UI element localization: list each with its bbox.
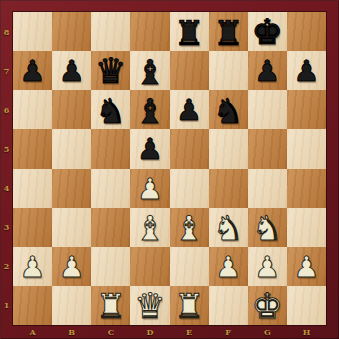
file-label: H xyxy=(287,325,326,339)
square-g6[interactable] xyxy=(248,90,287,129)
black-pawn[interactable]: ♟ xyxy=(293,57,319,86)
square-b7[interactable]: ♟ xyxy=(52,51,91,90)
square-c7[interactable]: ♛ xyxy=(91,51,130,90)
file-label: B xyxy=(52,325,91,339)
square-g3[interactable]: ♞ xyxy=(248,208,287,247)
square-b6[interactable] xyxy=(52,90,91,129)
white-pawn[interactable]: ♟ xyxy=(137,175,163,204)
black-rook[interactable]: ♜ xyxy=(213,16,243,50)
square-c3[interactable] xyxy=(91,208,130,247)
square-a2[interactable]: ♟ xyxy=(13,247,52,286)
square-f7[interactable] xyxy=(209,51,248,90)
square-d4[interactable]: ♟ xyxy=(130,169,169,208)
white-pawn[interactable]: ♟ xyxy=(20,253,46,282)
square-g1[interactable]: ♚ xyxy=(248,286,287,325)
square-a5[interactable] xyxy=(13,129,52,168)
black-pawn[interactable]: ♟ xyxy=(176,96,202,125)
square-e6[interactable]: ♟ xyxy=(170,90,209,129)
square-c4[interactable] xyxy=(91,169,130,208)
square-g7[interactable]: ♟ xyxy=(248,51,287,90)
rank-label: 6 xyxy=(0,90,13,129)
black-pawn[interactable]: ♟ xyxy=(20,57,46,86)
file-label: C xyxy=(91,325,130,339)
square-h3[interactable] xyxy=(287,208,326,247)
white-king[interactable]: ♚ xyxy=(252,289,283,324)
square-c8[interactable] xyxy=(91,12,130,51)
square-h1[interactable] xyxy=(287,286,326,325)
black-bishop[interactable]: ♝ xyxy=(135,94,165,128)
square-h2[interactable]: ♟ xyxy=(287,247,326,286)
square-b8[interactable] xyxy=(52,12,91,51)
square-e4[interactable] xyxy=(170,169,209,208)
white-bishop[interactable]: ♝ xyxy=(135,211,165,245)
square-c2[interactable] xyxy=(91,247,130,286)
square-a4[interactable] xyxy=(13,169,52,208)
square-d3[interactable]: ♝ xyxy=(130,208,169,247)
square-e5[interactable] xyxy=(170,129,209,168)
rank-label: 5 xyxy=(0,129,13,168)
white-pawn[interactable]: ♟ xyxy=(59,253,85,282)
white-knight[interactable]: ♞ xyxy=(213,211,243,245)
rank-label: 4 xyxy=(0,169,13,208)
square-h8[interactable] xyxy=(287,12,326,51)
square-e1[interactable]: ♜ xyxy=(170,286,209,325)
rank-labels: 87654321 xyxy=(0,12,13,325)
square-h4[interactable] xyxy=(287,169,326,208)
white-rook[interactable]: ♜ xyxy=(96,289,126,323)
square-f6[interactable]: ♞ xyxy=(209,90,248,129)
square-f3[interactable]: ♞ xyxy=(209,208,248,247)
file-label: D xyxy=(130,325,169,339)
black-pawn[interactable]: ♟ xyxy=(137,135,163,164)
white-rook[interactable]: ♜ xyxy=(174,289,204,323)
white-pawn[interactable]: ♟ xyxy=(254,253,280,282)
square-a8[interactable] xyxy=(13,12,52,51)
square-g8[interactable]: ♚ xyxy=(248,12,287,51)
black-knight[interactable]: ♞ xyxy=(213,94,243,128)
square-c5[interactable] xyxy=(91,129,130,168)
white-queen[interactable]: ♛ xyxy=(134,289,165,324)
square-e7[interactable] xyxy=(170,51,209,90)
black-knight[interactable]: ♞ xyxy=(96,94,126,128)
white-pawn[interactable]: ♟ xyxy=(293,253,319,282)
square-h6[interactable] xyxy=(287,90,326,129)
square-e3[interactable]: ♝ xyxy=(170,208,209,247)
file-label: G xyxy=(248,325,287,339)
square-a3[interactable] xyxy=(13,208,52,247)
square-a1[interactable] xyxy=(13,286,52,325)
file-label: F xyxy=(209,325,248,339)
file-label: E xyxy=(170,325,209,339)
square-e2[interactable] xyxy=(170,247,209,286)
square-c6[interactable]: ♞ xyxy=(91,90,130,129)
square-b1[interactable] xyxy=(52,286,91,325)
square-f8[interactable]: ♜ xyxy=(209,12,248,51)
square-b3[interactable] xyxy=(52,208,91,247)
square-f4[interactable] xyxy=(209,169,248,208)
rank-label: 2 xyxy=(0,247,13,286)
chess-board: ♜♜♚♟♟♛♝♟♟♞♝♟♞♟♟♝♝♞♞♟♟♟♟♟♜♛♜♚ xyxy=(13,12,326,325)
file-label: A xyxy=(13,325,52,339)
black-bishop[interactable]: ♝ xyxy=(135,55,165,89)
square-f5[interactable] xyxy=(209,129,248,168)
black-rook[interactable]: ♜ xyxy=(174,16,204,50)
rank-label: 7 xyxy=(0,51,13,90)
square-b2[interactable]: ♟ xyxy=(52,247,91,286)
black-pawn[interactable]: ♟ xyxy=(59,57,85,86)
square-c1[interactable]: ♜ xyxy=(91,286,130,325)
square-g2[interactable]: ♟ xyxy=(248,247,287,286)
rank-label: 3 xyxy=(0,208,13,247)
square-a7[interactable]: ♟ xyxy=(13,51,52,90)
square-g4[interactable] xyxy=(248,169,287,208)
square-d1[interactable]: ♛ xyxy=(130,286,169,325)
square-f1[interactable] xyxy=(209,286,248,325)
square-e8[interactable]: ♜ xyxy=(170,12,209,51)
rank-label: 1 xyxy=(0,286,13,325)
square-d6[interactable]: ♝ xyxy=(130,90,169,129)
square-f2[interactable]: ♟ xyxy=(209,247,248,286)
square-h7[interactable]: ♟ xyxy=(287,51,326,90)
black-pawn[interactable]: ♟ xyxy=(254,57,280,86)
black-queen[interactable]: ♛ xyxy=(95,54,126,89)
square-d8[interactable] xyxy=(130,12,169,51)
file-labels: ABCDEFGH xyxy=(13,325,326,339)
white-knight[interactable]: ♞ xyxy=(252,211,282,245)
square-d2[interactable] xyxy=(130,247,169,286)
rank-label: 8 xyxy=(0,12,13,51)
white-bishop[interactable]: ♝ xyxy=(174,211,204,245)
square-d5[interactable]: ♟ xyxy=(130,129,169,168)
square-a6[interactable] xyxy=(13,90,52,129)
square-b4[interactable] xyxy=(52,169,91,208)
square-d7[interactable]: ♝ xyxy=(130,51,169,90)
board-frame: 87654321 ♜♜♚♟♟♛♝♟♟♞♝♟♞♟♟♝♝♞♞♟♟♟♟♟♜♛♜♚ AB… xyxy=(0,0,339,339)
square-b5[interactable] xyxy=(52,129,91,168)
white-pawn[interactable]: ♟ xyxy=(215,253,241,282)
black-king[interactable]: ♚ xyxy=(252,15,283,50)
square-h5[interactable] xyxy=(287,129,326,168)
square-g5[interactable] xyxy=(248,129,287,168)
